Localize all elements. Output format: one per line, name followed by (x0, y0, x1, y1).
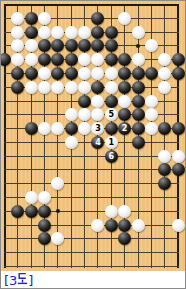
stone-black (132, 67, 145, 80)
stone-white (145, 95, 158, 108)
stone-white (38, 12, 51, 25)
stone-white (118, 205, 131, 218)
stone-black (105, 95, 118, 108)
stone-white (65, 81, 78, 94)
stone-black (172, 53, 185, 66)
stone-black (25, 122, 38, 135)
grid-line (4, 183, 180, 184)
move-number-label: 5 (105, 108, 118, 121)
stone-black (132, 95, 145, 108)
star-point (136, 44, 140, 48)
stone-white (25, 39, 38, 52)
stone-white (78, 81, 91, 94)
stone-black (145, 67, 158, 80)
stone-black (132, 108, 145, 121)
stone-black (65, 122, 78, 135)
stone-white (118, 95, 131, 108)
stone-black (38, 219, 51, 232)
grid-line (4, 266, 180, 267)
stone-black (65, 53, 78, 66)
stone-white (158, 150, 171, 163)
stone-white (78, 26, 91, 39)
move-number-label: 2 (118, 122, 131, 135)
stone-white (25, 81, 38, 94)
stone-black (38, 205, 51, 218)
stone-white (78, 67, 91, 80)
stone-black (132, 136, 145, 149)
stone-white (25, 53, 38, 66)
move-number-label: 4 (91, 136, 104, 149)
caption-prefix: [3 (4, 273, 17, 288)
move-2: 2 (118, 122, 131, 135)
board-edge-line (4, 4, 6, 268)
stone-white (145, 122, 158, 135)
stone-black (118, 67, 131, 80)
stone-white (158, 81, 171, 94)
stone-white (118, 12, 131, 25)
stone-white (105, 81, 118, 94)
stone-white (65, 108, 78, 121)
stone-white (91, 95, 104, 108)
move-number-label: 6 (105, 150, 118, 163)
stone-black (118, 219, 131, 232)
move-number-label: 3 (91, 122, 104, 135)
stone-black (25, 67, 38, 80)
stone-white (38, 191, 51, 204)
hangul-do-glyph (17, 272, 28, 288)
stone-white (132, 219, 145, 232)
move-3: 3 (91, 122, 104, 135)
stone-white (105, 67, 118, 80)
grid-line (4, 156, 180, 157)
stone-black (172, 163, 185, 176)
stone-white (38, 67, 51, 80)
stone-black (65, 67, 78, 80)
stone-white (38, 81, 51, 94)
stone-white (25, 191, 38, 204)
grid-line (4, 252, 180, 253)
stone-white (91, 219, 104, 232)
grid-line (4, 169, 180, 170)
move-1: 1 (105, 136, 118, 149)
stone-black (132, 122, 145, 135)
stone-white (132, 53, 145, 66)
move-number-label: 1 (105, 136, 118, 149)
stone-white (51, 26, 64, 39)
move-6: 6 (105, 150, 118, 163)
go-board: 532416 (1, 1, 185, 271)
stone-white (172, 219, 185, 232)
stone-black (91, 26, 104, 39)
move-5: 5 (105, 108, 118, 121)
grid-line (4, 238, 180, 239)
stone-black (172, 67, 185, 80)
stone-black (105, 122, 118, 135)
stone-black (105, 219, 118, 232)
stone-white (65, 26, 78, 39)
stone-black (11, 81, 24, 94)
stone-black (118, 81, 131, 94)
stone-white (38, 26, 51, 39)
stone-black (105, 26, 118, 39)
stone-black (78, 95, 91, 108)
move-4: 4 (91, 136, 104, 149)
stone-white (65, 136, 78, 149)
caption-suffix: ] (28, 273, 33, 288)
stone-white (105, 205, 118, 218)
stone-white (11, 26, 24, 39)
screenshot-frame: 532416 [3] (0, 0, 186, 289)
grid-line (164, 4, 165, 268)
stone-white (132, 26, 145, 39)
stone-black (132, 81, 145, 94)
stone-black (172, 122, 185, 135)
stone-black (25, 26, 38, 39)
board-edge-line (4, 4, 180, 6)
stone-black (25, 205, 38, 218)
diagram-caption: [3] (1, 272, 186, 288)
stone-black (25, 12, 38, 25)
stone-white (172, 150, 185, 163)
stone-black (105, 53, 118, 66)
